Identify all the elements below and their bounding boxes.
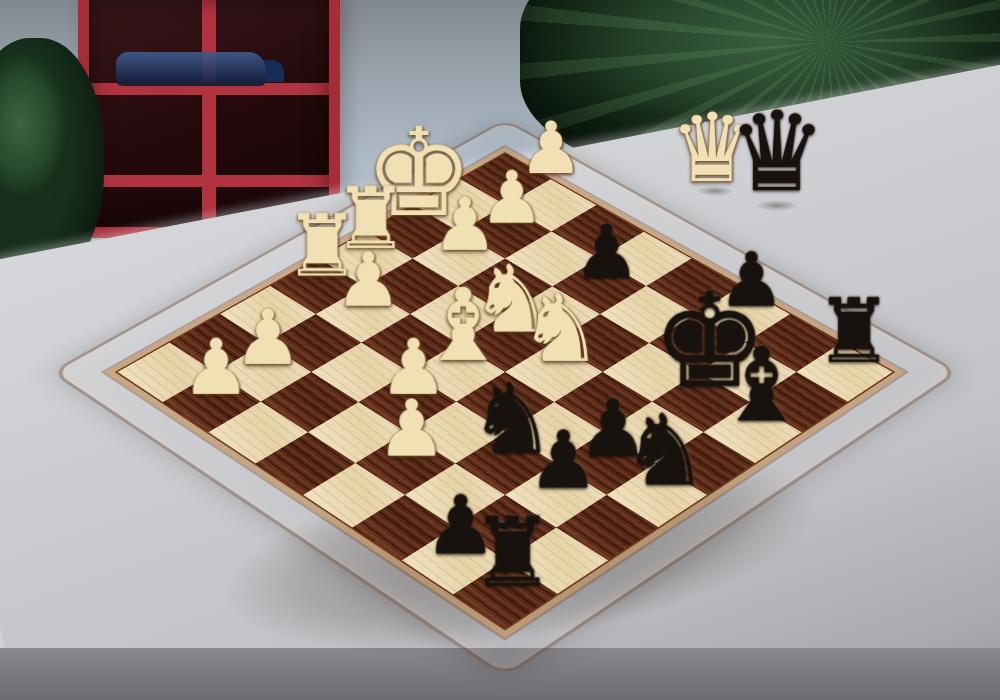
scene: ♚♟♜♟♜♟♟♟♞♝♞♟♜♟♟♚♝♟♞♟♞♟♟♜ ♛ ♛ ♟ (0, 0, 1000, 700)
piece-white-pawn-h2[interactable]: ♟ (145, 329, 287, 406)
piece-black-rook-h8[interactable]: ♜ (436, 505, 587, 600)
toy-car (116, 52, 266, 86)
captured-white-pawn[interactable]: ♟ (481, 112, 621, 184)
captured-black-queen[interactable]: ♛ (707, 97, 847, 207)
